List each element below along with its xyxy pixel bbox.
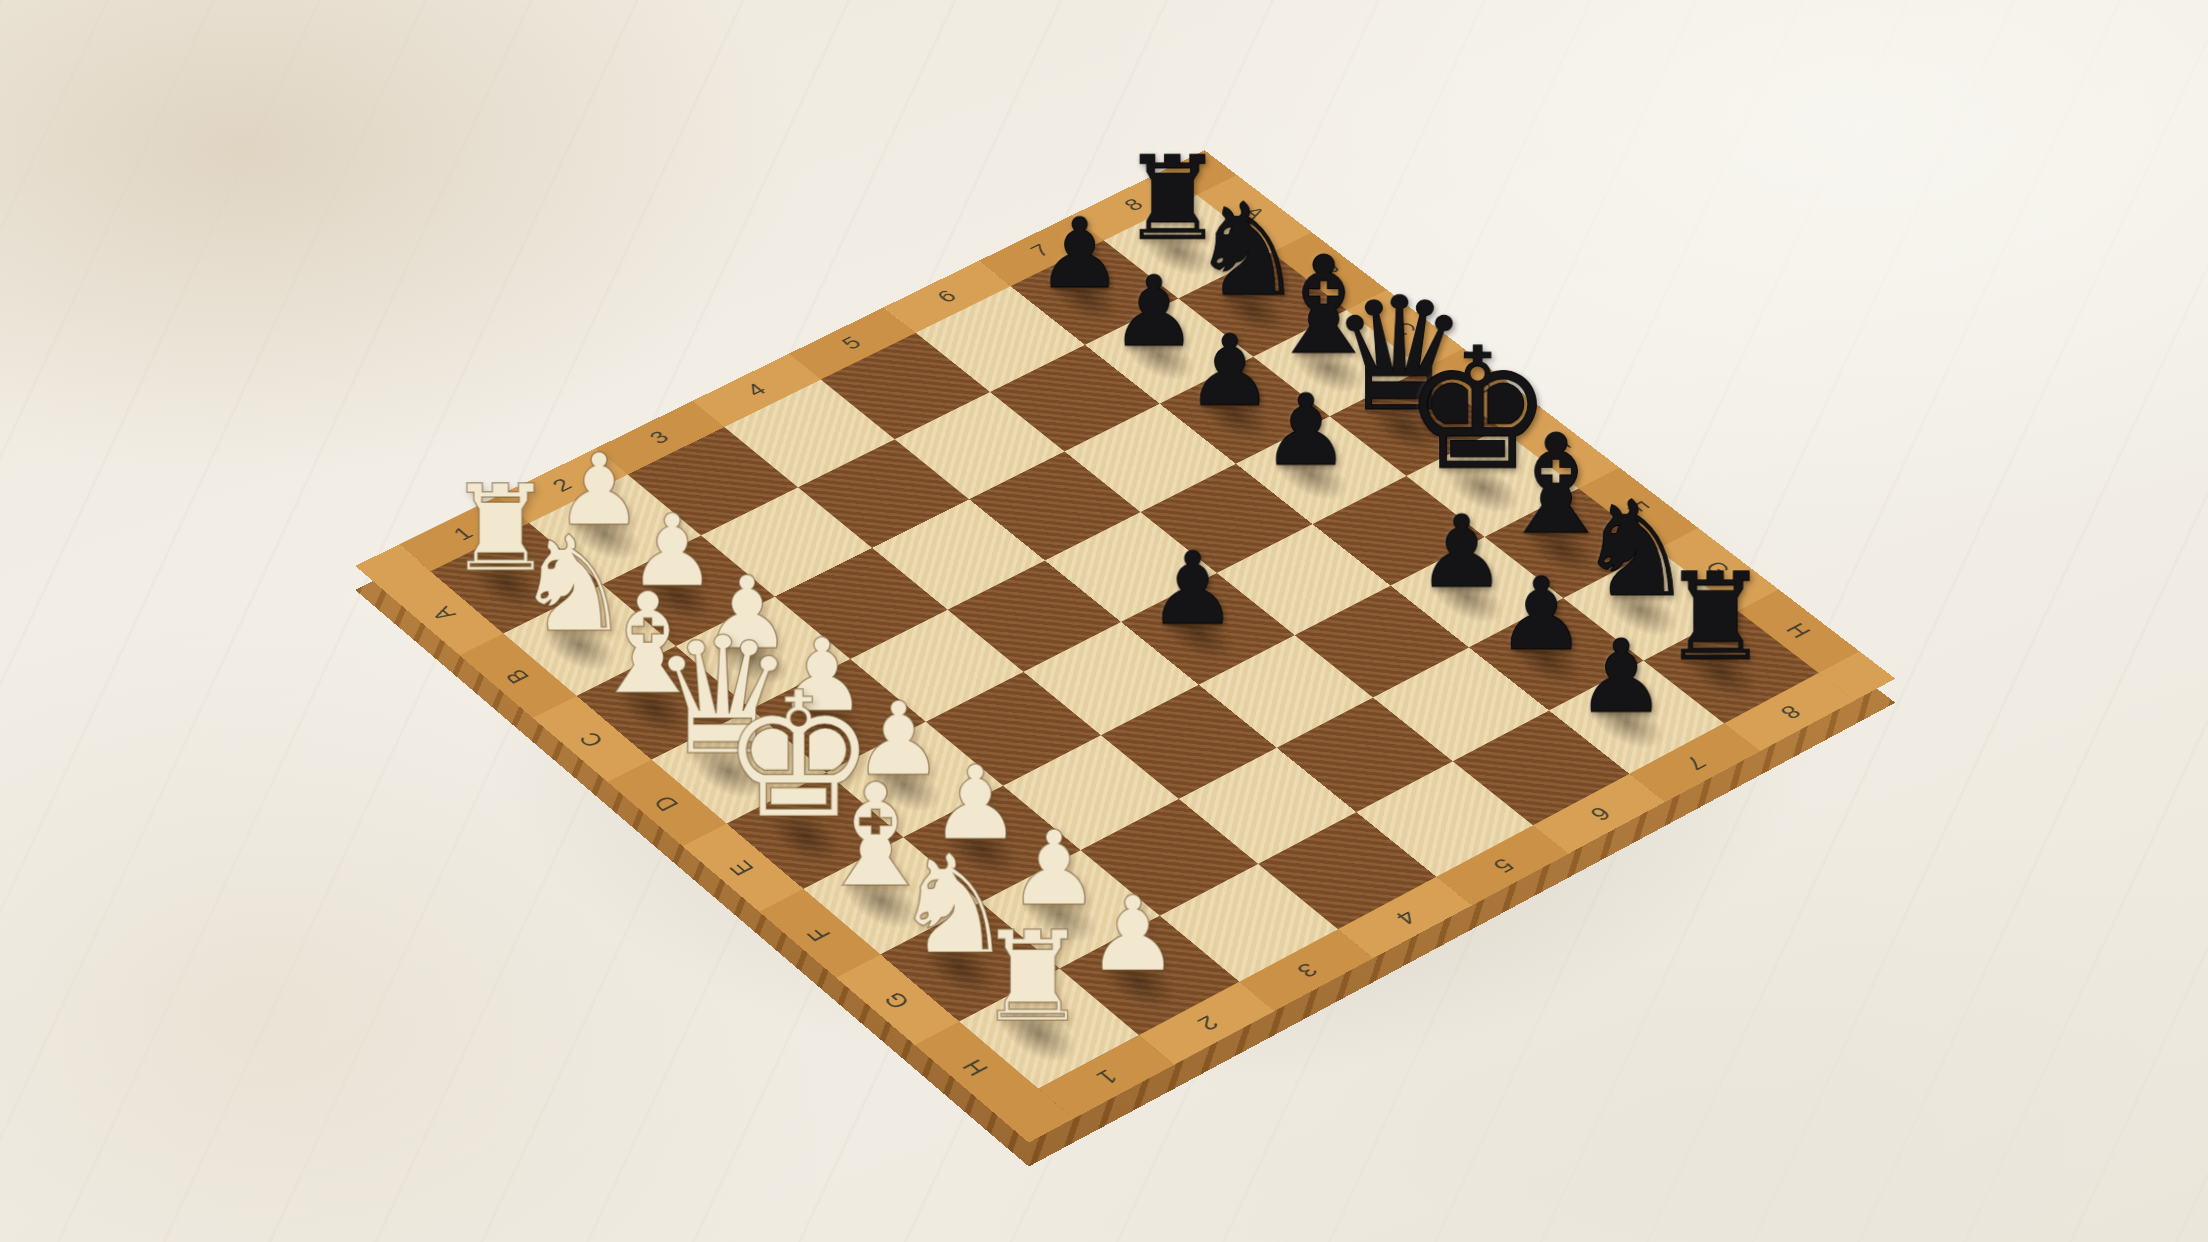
- black-pawn-e5[interactable]: ♟: [1072, 541, 1312, 636]
- rank-label-text: 6: [1583, 802, 1616, 825]
- rank-label-text: 7: [1678, 751, 1711, 774]
- black-pawn-h7[interactable]: ♟: [1500, 629, 1742, 725]
- rank-label-text: 8: [1773, 701, 1806, 723]
- rank-label-text: 5: [1486, 854, 1519, 877]
- rank-label-text: 4: [742, 380, 773, 401]
- white-rook-h1[interactable]: ♜: [908, 918, 1158, 1037]
- rank-label-text: 3: [1290, 958, 1323, 982]
- rank-label-text: 1: [1090, 1065, 1123, 1089]
- rank-label-text: 4: [1389, 906, 1422, 929]
- scene-background: { "game": "chess", "scene": { "view": "o…: [0, 0, 2208, 1242]
- square-h7[interactable]: ♟: [1549, 660, 1725, 774]
- rank-label-text: 5: [837, 333, 868, 354]
- rank-label-text: 6: [932, 286, 963, 307]
- square-h5[interactable]: [1356, 761, 1533, 877]
- file-label-text: H: [957, 1054, 996, 1079]
- rank-label-text: 2: [1190, 1011, 1223, 1035]
